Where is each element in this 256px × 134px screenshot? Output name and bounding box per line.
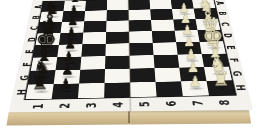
file-label-right-G: G xyxy=(230,70,243,76)
chess-board: AA11BB22CC33DD44EE55FF66GG77HH88 ♜♟♟♜♞♟♟… xyxy=(10,0,252,115)
file-label-right-E: E xyxy=(224,45,236,49)
rank-label-near-1: 1 xyxy=(30,103,45,109)
wooden-edge xyxy=(5,110,251,126)
file-label-right-B: B xyxy=(216,11,228,15)
rank-label-near-6: 6 xyxy=(163,101,177,107)
file-label-left-H: H xyxy=(14,89,28,95)
rook-glyph: ♜ xyxy=(31,73,49,93)
board-perspective-wrapper: AA11BB22CC33DD44EE55FF66GG77HH88 ♜♟♟♜♞♟♟… xyxy=(4,0,251,115)
chess-set-photo: AA11BB22CC33DD44EE55FF66GG77HH88 ♜♟♟♜♞♟♟… xyxy=(0,0,256,134)
file-label-left-G: G xyxy=(17,75,30,81)
file-label-left-E: E xyxy=(22,49,34,53)
wooden-edge-fold-seam xyxy=(128,110,130,123)
file-label-left-A: A xyxy=(32,5,43,9)
file-label-left-B: B xyxy=(30,15,41,19)
pawn-glyph: ♟ xyxy=(59,77,72,92)
rank-label-near-5: 5 xyxy=(137,101,151,107)
rank-label-near-2: 2 xyxy=(57,103,71,109)
rank-label-near-8: 8 xyxy=(216,100,231,106)
file-label-right-F: F xyxy=(227,58,240,63)
file-label-left-F: F xyxy=(20,62,33,67)
file-label-right-H: H xyxy=(233,84,247,90)
file-label-right-A: A xyxy=(214,1,225,5)
rank-label-near-7: 7 xyxy=(190,100,205,106)
pieces-layer: ♜♟♟♜♞♟♟♞♝♟♟♝♛♟♟♛♚♟♟♚♝♟♟♝♞♟♟♞♜♟♟♜ xyxy=(10,0,252,115)
rank-label-near-4: 4 xyxy=(110,102,124,108)
rank-label-near-3: 3 xyxy=(84,102,98,108)
rook-glyph: ♜ xyxy=(212,69,230,89)
pawn-glyph: ♟ xyxy=(188,74,201,89)
file-label-right-D: D xyxy=(221,33,233,38)
file-label-right-C: C xyxy=(219,22,231,26)
file-label-left-D: D xyxy=(25,37,37,42)
file-label-left-C: C xyxy=(27,26,39,30)
